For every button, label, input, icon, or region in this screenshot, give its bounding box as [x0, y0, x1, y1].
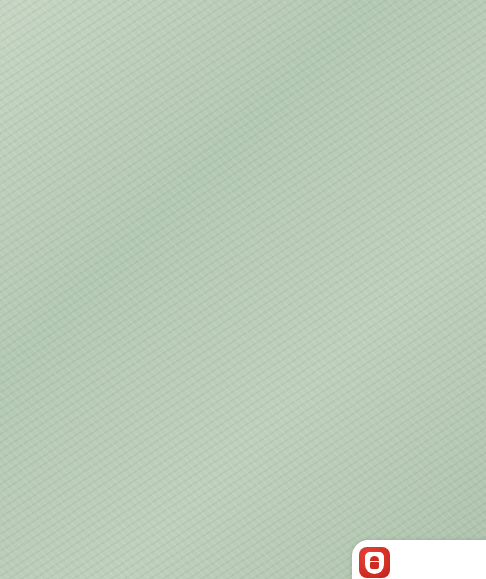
- watermark[interactable]: [352, 540, 486, 579]
- android-shield-icon: [365, 552, 384, 574]
- android-body-icon: [370, 562, 379, 569]
- board-grid: [0, 0, 486, 579]
- xiangqi-app: [0, 0, 486, 579]
- site-logo-icon: [359, 547, 390, 578]
- android-head-icon: [370, 556, 379, 561]
